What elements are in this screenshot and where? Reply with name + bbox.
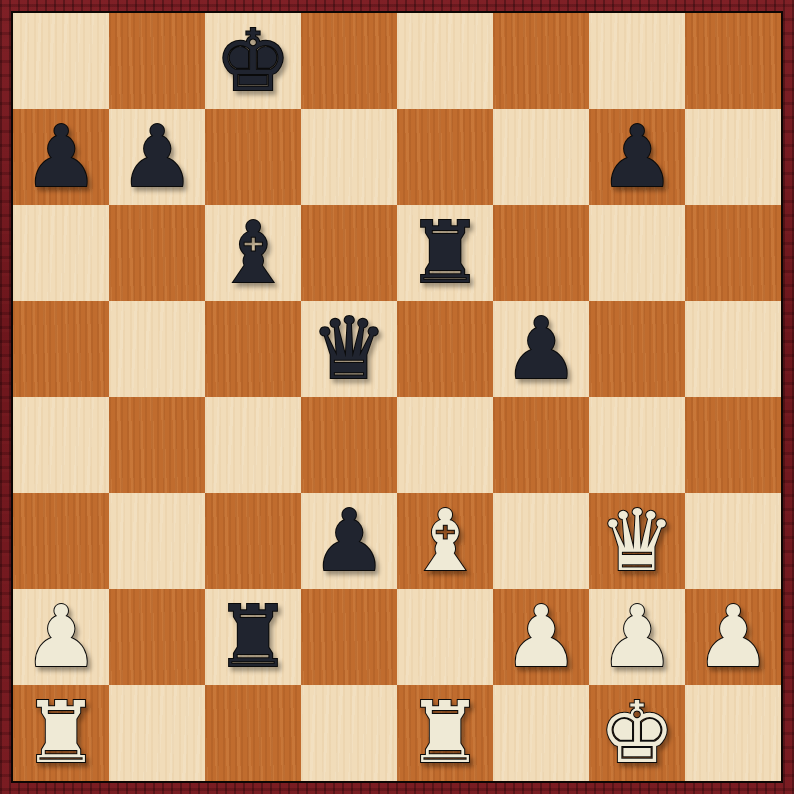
square-c2[interactable]: ♜ [205,589,301,685]
square-b3[interactable] [109,493,205,589]
square-a7[interactable]: ♟ [13,109,109,205]
square-b7[interactable]: ♟ [109,109,205,205]
square-d6[interactable] [301,205,397,301]
square-g2[interactable]: ♟ [589,589,685,685]
square-a6[interactable] [13,205,109,301]
square-f2[interactable]: ♟ [493,589,589,685]
square-g8[interactable] [589,13,685,109]
square-c8[interactable]: ♚ [205,13,301,109]
square-f1[interactable] [493,685,589,781]
square-d2[interactable] [301,589,397,685]
piece-white-pawn[interactable]: ♟ [695,589,771,685]
piece-black-king[interactable]: ♚ [215,13,291,109]
square-c3[interactable] [205,493,301,589]
square-h3[interactable] [685,493,781,589]
piece-black-rook[interactable]: ♜ [215,589,291,685]
square-e4[interactable] [397,397,493,493]
board-frame: ♚♟♟♟♝♜♛♟♟♝♛♟♜♟♟♟♜♜♚ [0,0,794,794]
square-h2[interactable]: ♟ [685,589,781,685]
square-e2[interactable] [397,589,493,685]
piece-white-king[interactable]: ♚ [599,685,675,781]
square-e5[interactable] [397,301,493,397]
square-f6[interactable] [493,205,589,301]
square-f5[interactable]: ♟ [493,301,589,397]
piece-black-pawn[interactable]: ♟ [599,109,675,205]
square-g3[interactable]: ♛ [589,493,685,589]
square-c6[interactable]: ♝ [205,205,301,301]
square-e8[interactable] [397,13,493,109]
square-g6[interactable] [589,205,685,301]
square-a8[interactable] [13,13,109,109]
square-e7[interactable] [397,109,493,205]
square-h4[interactable] [685,397,781,493]
square-e3[interactable]: ♝ [397,493,493,589]
square-h7[interactable] [685,109,781,205]
square-c1[interactable] [205,685,301,781]
piece-black-queen[interactable]: ♛ [311,301,387,397]
piece-black-pawn[interactable]: ♟ [119,109,195,205]
square-f4[interactable] [493,397,589,493]
square-b5[interactable] [109,301,205,397]
piece-white-rook[interactable]: ♜ [407,685,483,781]
square-d5[interactable]: ♛ [301,301,397,397]
square-a2[interactable]: ♟ [13,589,109,685]
piece-white-pawn[interactable]: ♟ [23,589,99,685]
square-a3[interactable] [13,493,109,589]
square-d4[interactable] [301,397,397,493]
square-b2[interactable] [109,589,205,685]
square-e6[interactable]: ♜ [397,205,493,301]
square-b6[interactable] [109,205,205,301]
square-b8[interactable] [109,13,205,109]
square-a4[interactable] [13,397,109,493]
square-a1[interactable]: ♜ [13,685,109,781]
chess-board: ♚♟♟♟♝♜♛♟♟♝♛♟♜♟♟♟♜♜♚ [13,13,781,781]
piece-white-rook[interactable]: ♜ [23,685,99,781]
piece-white-pawn[interactable]: ♟ [503,589,579,685]
square-b1[interactable] [109,685,205,781]
square-f8[interactable] [493,13,589,109]
square-h6[interactable] [685,205,781,301]
square-f3[interactable] [493,493,589,589]
square-c5[interactable] [205,301,301,397]
square-a5[interactable] [13,301,109,397]
square-h5[interactable] [685,301,781,397]
square-g5[interactable] [589,301,685,397]
square-f7[interactable] [493,109,589,205]
square-h1[interactable] [685,685,781,781]
piece-black-rook[interactable]: ♜ [407,205,483,301]
piece-black-bishop[interactable]: ♝ [215,205,291,301]
square-g4[interactable] [589,397,685,493]
square-h8[interactable] [685,13,781,109]
square-c7[interactable] [205,109,301,205]
square-c4[interactable] [205,397,301,493]
square-d7[interactable] [301,109,397,205]
square-g1[interactable]: ♚ [589,685,685,781]
piece-white-pawn[interactable]: ♟ [599,589,675,685]
square-d1[interactable] [301,685,397,781]
square-b4[interactable] [109,397,205,493]
square-e1[interactable]: ♜ [397,685,493,781]
piece-white-queen[interactable]: ♛ [599,493,675,589]
piece-black-pawn[interactable]: ♟ [311,493,387,589]
piece-black-pawn[interactable]: ♟ [503,301,579,397]
piece-white-bishop[interactable]: ♝ [407,493,483,589]
square-d8[interactable] [301,13,397,109]
square-d3[interactable]: ♟ [301,493,397,589]
piece-black-pawn[interactable]: ♟ [23,109,99,205]
square-g7[interactable]: ♟ [589,109,685,205]
